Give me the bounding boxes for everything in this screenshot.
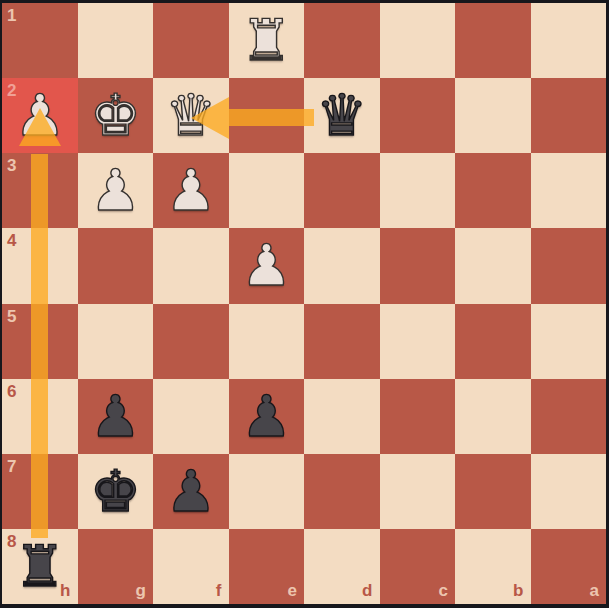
square-e5[interactable]: [229, 304, 305, 379]
rank-label-7: 7: [7, 458, 16, 475]
rank-label-5: 5: [7, 308, 16, 325]
square-d7[interactable]: [304, 454, 380, 529]
square-a6[interactable]: [531, 379, 607, 454]
square-g5[interactable]: [78, 304, 154, 379]
square-d5[interactable]: [304, 304, 380, 379]
black-queen-icon[interactable]: ♛: [316, 87, 367, 144]
white-king-icon[interactable]: ♚: [90, 87, 141, 144]
square-f7[interactable]: ♟: [153, 454, 229, 529]
white-pawn-icon[interactable]: ♟: [165, 162, 216, 219]
square-e8[interactable]: e: [229, 529, 305, 604]
rank-label-6: 6: [7, 383, 16, 400]
square-b6[interactable]: [455, 379, 531, 454]
square-c2[interactable]: [380, 78, 456, 153]
square-f6[interactable]: [153, 379, 229, 454]
square-c5[interactable]: [380, 304, 456, 379]
square-g4[interactable]: [78, 228, 154, 303]
square-h8[interactable]: 8h♜: [2, 529, 78, 604]
rank-label-4: 4: [7, 232, 16, 249]
white-rook-icon[interactable]: ♜: [241, 12, 292, 69]
file-label-c: c: [439, 582, 448, 599]
rank-label-8: 8: [7, 533, 16, 550]
square-b7[interactable]: [455, 454, 531, 529]
square-e4[interactable]: ♟: [229, 228, 305, 303]
file-label-d: d: [362, 582, 372, 599]
square-f1[interactable]: [153, 3, 229, 78]
file-label-g: g: [136, 582, 146, 599]
rank-label-3: 3: [7, 157, 16, 174]
square-f3[interactable]: ♟: [153, 153, 229, 228]
square-c4[interactable]: [380, 228, 456, 303]
square-c8[interactable]: c: [380, 529, 456, 604]
square-a8[interactable]: a: [531, 529, 607, 604]
square-c7[interactable]: [380, 454, 456, 529]
square-d2[interactable]: ♛: [304, 78, 380, 153]
square-g2[interactable]: ♚: [78, 78, 154, 153]
square-a2[interactable]: [531, 78, 607, 153]
square-a4[interactable]: [531, 228, 607, 303]
square-d8[interactable]: d: [304, 529, 380, 604]
square-d1[interactable]: [304, 3, 380, 78]
black-pawn-icon[interactable]: ♟: [241, 388, 292, 445]
square-e1[interactable]: ♜: [229, 3, 305, 78]
file-label-e: e: [288, 582, 297, 599]
square-c3[interactable]: [380, 153, 456, 228]
square-b1[interactable]: [455, 3, 531, 78]
square-g8[interactable]: g: [78, 529, 154, 604]
white-pawn-icon[interactable]: ♟: [241, 237, 292, 294]
black-pawn-icon[interactable]: ♟: [165, 463, 216, 520]
square-b2[interactable]: [455, 78, 531, 153]
white-pawn-icon[interactable]: ♟: [90, 162, 141, 219]
threat-arrow-h8-h2-head: [19, 108, 61, 146]
square-e7[interactable]: [229, 454, 305, 529]
square-b4[interactable]: [455, 228, 531, 303]
threat-arrow-h8-h2-shaft: [31, 154, 48, 539]
square-b3[interactable]: [455, 153, 531, 228]
square-d3[interactable]: [304, 153, 380, 228]
square-e6[interactable]: ♟: [229, 379, 305, 454]
square-a5[interactable]: [531, 304, 607, 379]
square-c6[interactable]: [380, 379, 456, 454]
square-a1[interactable]: [531, 3, 607, 78]
square-c1[interactable]: [380, 3, 456, 78]
square-h1[interactable]: 1: [2, 3, 78, 78]
page-background: { "game": "chess", "position": { "fen": …: [0, 0, 609, 608]
file-label-f: f: [216, 582, 222, 599]
file-label-a: a: [590, 582, 599, 599]
file-label-b: b: [513, 582, 523, 599]
square-g3[interactable]: ♟: [78, 153, 154, 228]
square-a3[interactable]: [531, 153, 607, 228]
square-b5[interactable]: [455, 304, 531, 379]
square-g6[interactable]: ♟: [78, 379, 154, 454]
square-g1[interactable]: [78, 3, 154, 78]
rank-label-2: 2: [7, 82, 16, 99]
file-label-h: h: [60, 582, 70, 599]
threat-arrow-d2-f2-shaft: [229, 109, 314, 126]
black-pawn-icon[interactable]: ♟: [90, 388, 141, 445]
square-g7[interactable]: ♚: [78, 454, 154, 529]
black-rook-icon[interactable]: ♜: [14, 538, 65, 595]
square-d4[interactable]: [304, 228, 380, 303]
rank-label-1: 1: [7, 7, 16, 24]
threat-arrow-d2-f2-head: [191, 97, 229, 139]
square-f8[interactable]: f: [153, 529, 229, 604]
square-f4[interactable]: [153, 228, 229, 303]
square-b8[interactable]: b: [455, 529, 531, 604]
square-f5[interactable]: [153, 304, 229, 379]
square-e3[interactable]: [229, 153, 305, 228]
chess-board: 1♜2♟♚♛♛3♟♟4♟56♟♟7♚♟8h♜gfedcba: [2, 3, 606, 604]
square-d6[interactable]: [304, 379, 380, 454]
square-a7[interactable]: [531, 454, 607, 529]
black-king-icon[interactable]: ♚: [90, 463, 141, 520]
